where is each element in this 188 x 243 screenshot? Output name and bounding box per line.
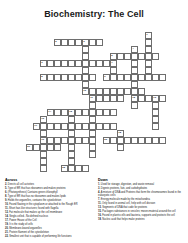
grid-cell[interactable]: 12 — [131, 95, 138, 102]
grid-cell[interactable] — [138, 88, 145, 95]
grid-cell[interactable] — [145, 60, 152, 67]
clue-item: 2. Directs all cell activities — [5, 183, 89, 186]
grid-cell[interactable]: 14 — [47, 109, 54, 116]
grid-cell[interactable] — [82, 123, 89, 130]
grid-cell[interactable] — [145, 46, 152, 53]
grid-cell[interactable] — [89, 144, 96, 151]
grid-cell[interactable] — [47, 60, 54, 67]
grid-cell[interactable] — [124, 53, 131, 60]
clue-number: 18. — [98, 218, 102, 221]
clue-number: 16. — [98, 214, 102, 217]
crossword-grid: 12345678910111213141516171819202122 — [26, 32, 167, 173]
grid-cell[interactable]: 8 — [40, 74, 47, 81]
grid-cell[interactable] — [68, 165, 75, 172]
grid-cell[interactable] — [40, 158, 47, 165]
grid-cell[interactable] — [124, 74, 131, 81]
clue-item: 20. Membrane-bound organelles — [5, 227, 89, 230]
clue-item: 8. Type of ER that has no ribosomes and … — [5, 195, 89, 198]
grid-cell[interactable] — [145, 137, 152, 144]
clue-number: 8. — [5, 195, 8, 198]
grid-cell[interactable] — [68, 144, 75, 151]
grid-cell[interactable] — [145, 74, 152, 81]
grid-cell[interactable] — [152, 109, 159, 116]
grid-cell[interactable]: 1 — [145, 32, 152, 39]
grid-cell[interactable] — [75, 109, 82, 116]
clue-number: 22. — [5, 235, 9, 238]
clue-item: 4. A mixture of DNA and Proteins that fo… — [98, 191, 184, 198]
cell-number: 8 — [41, 75, 42, 78]
grid-cell[interactable] — [89, 88, 96, 95]
grid-cell[interactable]: 7 — [110, 60, 117, 67]
grid-cell[interactable] — [103, 60, 110, 67]
grid-cell[interactable] — [54, 144, 61, 151]
clue-item: 22. Smallest unit that is capable of per… — [5, 235, 89, 238]
grid-cell[interactable] — [40, 151, 47, 158]
cell-number: 7 — [111, 61, 112, 64]
grid-cell[interactable] — [145, 95, 152, 102]
grid-cell[interactable] — [75, 74, 82, 81]
grid-cell[interactable]: 22 — [61, 165, 68, 172]
grid-cell[interactable] — [131, 81, 138, 88]
grid-cell[interactable] — [40, 144, 47, 151]
grid-cell[interactable] — [145, 39, 152, 46]
grid-cell[interactable]: 5 — [110, 53, 117, 60]
grid-cell[interactable] — [152, 123, 159, 130]
grid-cell[interactable] — [61, 74, 68, 81]
cell-number: 17 — [34, 124, 37, 127]
grid-cell[interactable] — [89, 151, 96, 158]
grid-cell[interactable]: 18 — [117, 130, 124, 137]
clue-number: 14. — [5, 215, 9, 218]
grid-cell[interactable] — [68, 39, 75, 46]
grid-cell[interactable] — [131, 137, 138, 144]
cell-number: 9 — [104, 75, 105, 78]
clue-number: 11. — [5, 207, 9, 210]
grid-cell[interactable] — [96, 88, 103, 95]
grid-cell[interactable] — [82, 53, 89, 60]
clue-number: 12. — [5, 211, 9, 214]
grid-cell[interactable] — [68, 158, 75, 165]
grid-cell[interactable] — [82, 81, 89, 88]
grid-cell[interactable] — [68, 151, 75, 158]
grid-cell[interactable]: 2 — [54, 39, 61, 46]
grid-cell[interactable]: 10 — [82, 88, 89, 95]
grid-cell[interactable] — [68, 130, 75, 137]
clue-item: 19. It is the study of cells — [5, 223, 89, 226]
down-clues: Down 1. Used for storage, digestion, and… — [98, 178, 184, 239]
grid-cell[interactable] — [75, 137, 82, 144]
grid-cell[interactable] — [96, 39, 103, 46]
grid-cell[interactable]: 3 — [82, 39, 89, 46]
cell-number: 2 — [55, 40, 56, 43]
grid-cell[interactable]: 19 — [40, 137, 47, 144]
grid-cell[interactable] — [152, 74, 159, 81]
clue-item: 21. Protein filament of the cytoskeleton — [5, 231, 89, 234]
grid-cell[interactable] — [152, 102, 159, 109]
grid-cell[interactable] — [159, 137, 166, 144]
grid-cell[interactable] — [89, 60, 96, 67]
clue-number: 1. — [98, 183, 101, 186]
grid-cell[interactable] — [138, 95, 145, 102]
grid-cell[interactable] — [75, 123, 82, 130]
grid-cell[interactable]: 17 — [33, 123, 40, 130]
grid-cell[interactable]: 9 — [103, 74, 110, 81]
grid-cell[interactable] — [75, 39, 82, 46]
cell-number: 22 — [62, 166, 65, 169]
clue-item: 5. Type of ER that has ribosomes and mak… — [5, 187, 89, 190]
grid-cell[interactable] — [110, 95, 117, 102]
down-clue-list: 1. Used for storage, digestion, and wast… — [98, 183, 184, 221]
grid-cell[interactable]: 6 — [40, 60, 47, 67]
cell-number: 12 — [132, 96, 135, 99]
grid-cell[interactable] — [82, 165, 89, 172]
grid-cell[interactable] — [61, 137, 68, 144]
clue-item: 18. Nucleic acid that helps make protein… — [98, 218, 184, 221]
grid-cell[interactable] — [117, 137, 124, 144]
grid-cell[interactable] — [159, 95, 166, 102]
clue-item: 11. Short hair-like structures; found wi… — [5, 207, 89, 210]
grid-cell[interactable] — [68, 116, 75, 123]
grid-cell[interactable] — [75, 165, 82, 172]
grid-cell[interactable] — [96, 60, 103, 67]
cell-number: 1 — [146, 33, 147, 36]
cell-number: 14 — [48, 110, 51, 113]
grid-cell[interactable] — [82, 60, 89, 67]
grid-cell[interactable] — [110, 67, 117, 74]
grid-cell[interactable] — [117, 88, 124, 95]
cell-number: 5 — [111, 54, 112, 57]
clue-number: 21. — [5, 231, 9, 234]
cell-number: 15 — [69, 110, 72, 113]
cell-number: 11 — [90, 96, 93, 99]
grid-cell[interactable] — [124, 88, 131, 95]
grid-cell[interactable] — [117, 74, 124, 81]
grid-cell[interactable] — [131, 102, 138, 109]
grid-cell[interactable] — [117, 95, 124, 102]
grid-cell[interactable] — [131, 74, 138, 81]
grid-cell[interactable] — [89, 116, 96, 123]
clue-item: 3. Digests proteins, fats, and carbohydr… — [98, 187, 184, 190]
grid-cell[interactable] — [68, 137, 75, 144]
cell-number: 16 — [41, 117, 44, 120]
grid-cell[interactable] — [68, 74, 75, 81]
clue-number: 3. — [98, 187, 101, 190]
grid-cell[interactable] — [152, 137, 159, 144]
grid-cell[interactable] — [47, 137, 54, 144]
grid-cell[interactable] — [89, 123, 96, 130]
across-clues: Across 2. Directs all cell activities5. … — [5, 178, 89, 239]
grid-cell[interactable] — [82, 74, 89, 81]
across-clue-list: 2. Directs all cell activities5. Type of… — [5, 183, 89, 238]
grid-cell[interactable] — [54, 123, 61, 130]
clue-number: 17. — [5, 219, 9, 222]
grid-cell[interactable] — [40, 130, 47, 137]
grid-cell[interactable] — [96, 109, 103, 116]
grid-cell[interactable]: 13 — [152, 95, 159, 102]
grid-cell[interactable] — [75, 60, 82, 67]
cell-number: 19 — [41, 138, 44, 141]
grid-cell[interactable] — [124, 137, 131, 144]
grid-cell[interactable] — [103, 88, 110, 95]
grid-cell[interactable] — [103, 109, 110, 116]
grid-cell[interactable] — [117, 53, 124, 60]
grid-cell[interactable]: 20 — [103, 137, 110, 144]
grid-cell[interactable] — [68, 123, 75, 130]
grid-cell[interactable] — [40, 165, 47, 172]
down-header: Down — [98, 178, 184, 182]
grid-cell[interactable] — [47, 123, 54, 130]
grid-cell[interactable] — [131, 67, 138, 74]
grid-cell[interactable] — [110, 88, 117, 95]
clue-number: 19. — [5, 223, 9, 226]
grid-cell[interactable] — [61, 60, 68, 67]
grid-cell[interactable] — [89, 39, 96, 46]
grid-cell[interactable] — [54, 137, 61, 144]
grid-cell[interactable] — [89, 102, 96, 109]
grid-cell[interactable] — [145, 67, 152, 74]
grid-cell[interactable] — [138, 137, 145, 144]
grid-cell[interactable] — [138, 74, 145, 81]
grid-cell[interactable] — [89, 137, 96, 144]
grid-cell[interactable] — [40, 123, 47, 130]
grid-cell[interactable] — [96, 123, 103, 130]
grid-cell[interactable] — [138, 53, 145, 60]
grid-cell[interactable] — [54, 60, 61, 67]
clue-item: 17. Power House of the Cell — [5, 219, 89, 222]
clue-number: 20. — [5, 227, 9, 230]
clue-item: 1. Used for storage, digestion, and wast… — [98, 183, 184, 186]
clue-item: 6. (Photosynthesis) Contains green chlor… — [5, 191, 89, 194]
grid-cell[interactable] — [152, 53, 159, 60]
grid-cell[interactable] — [89, 74, 96, 81]
grid-cell[interactable] — [159, 74, 166, 81]
clue-item: 14. Single-celled - No defined nucleus — [5, 215, 89, 218]
grid-cell[interactable] — [47, 144, 54, 151]
grid-cell[interactable] — [54, 74, 61, 81]
cell-number: 10 — [83, 89, 86, 92]
grid-cell[interactable] — [110, 74, 117, 81]
grid-cell[interactable] — [61, 39, 68, 46]
grid-cell[interactable] — [117, 144, 124, 151]
grid-cell[interactable]: 4 — [131, 46, 138, 53]
clue-number: 15. — [98, 210, 102, 213]
clue-number: 11. — [98, 202, 102, 205]
clue-number: 6. — [5, 191, 8, 194]
grid-cell[interactable] — [61, 109, 68, 116]
grid-cell[interactable]: 11 — [89, 95, 96, 102]
clue-number: 2. — [5, 183, 8, 186]
grid-cell[interactable] — [47, 74, 54, 81]
cell-number: 3 — [83, 40, 84, 43]
clue-number: 10. — [5, 203, 9, 206]
grid-cell[interactable] — [89, 130, 96, 137]
grid-cell[interactable] — [103, 123, 110, 130]
grid-cell[interactable]: 15 — [68, 109, 75, 116]
grid-cell[interactable] — [131, 60, 138, 67]
grid-cell[interactable]: 21 — [26, 144, 33, 151]
grid-cell[interactable] — [145, 53, 152, 60]
clue-section: Across 2. Directs all cell activities5. … — [5, 178, 184, 239]
grid-cell[interactable] — [131, 53, 138, 60]
grid-cell[interactable] — [96, 95, 103, 102]
grid-cell[interactable] — [89, 109, 96, 116]
grid-cell[interactable] — [103, 95, 110, 102]
grid-cell[interactable] — [82, 109, 89, 116]
grid-cell[interactable]: 16 — [40, 116, 47, 123]
clue-item: 12. Fat molecule that makes up the cell … — [5, 211, 89, 214]
grid-cell[interactable] — [82, 46, 89, 53]
grid-cell[interactable] — [110, 137, 117, 144]
cell-number: 20 — [104, 138, 107, 141]
clue-number: 9. — [5, 199, 8, 202]
clue-number: 13. — [98, 206, 102, 209]
clue-number: 4. — [98, 191, 101, 194]
grid-cell[interactable] — [54, 109, 61, 116]
clue-item: 9. Holds the organelles, contains the cy… — [5, 199, 89, 202]
across-header: Across — [5, 178, 89, 182]
clue-number: 5. — [5, 187, 8, 190]
clue-item: 10. Found floating in the cytoplasm or a… — [5, 203, 89, 206]
cell-number: 18 — [118, 131, 121, 134]
grid-cell[interactable] — [68, 60, 75, 67]
grid-cell[interactable] — [152, 116, 159, 123]
page-title: Biochemistry: The Cell — [0, 9, 188, 19]
grid-cell[interactable] — [131, 88, 138, 95]
cell-number: 21 — [27, 145, 30, 148]
grid-cell[interactable] — [110, 123, 117, 130]
cell-number: 13 — [153, 96, 156, 99]
clue-number: 7. — [98, 198, 101, 201]
grid-cell[interactable] — [82, 137, 89, 144]
grid-cell[interactable] — [110, 109, 117, 116]
grid-cell[interactable] — [61, 123, 68, 130]
grid-cell[interactable] — [82, 67, 89, 74]
cell-number: 6 — [41, 61, 42, 64]
grid-cell[interactable] — [33, 144, 40, 151]
cell-number: 4 — [132, 47, 133, 50]
